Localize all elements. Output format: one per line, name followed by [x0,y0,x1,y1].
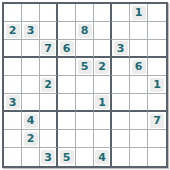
cell-r2c4[interactable] [58,22,76,40]
cell-r9c7[interactable] [112,148,130,166]
cell-r8c9[interactable] [148,130,166,148]
cell-r4c2[interactable] [22,58,40,76]
cell-r7c1[interactable] [4,112,22,130]
given-digit: 4 [95,150,109,164]
cell-r4c3[interactable] [40,58,58,76]
cell-r6c6[interactable]: 1 [94,94,112,112]
cell-r9c8[interactable] [130,148,148,166]
cell-r2c2[interactable]: 3 [22,22,40,40]
cell-r8c2[interactable]: 2 [22,130,40,148]
cell-r3c2[interactable] [22,40,40,58]
cell-r7c7[interactable] [112,112,130,130]
given-digit: 3 [6,95,20,109]
cell-r4c4[interactable] [58,58,76,76]
cell-r5c6[interactable] [94,76,112,94]
cell-r8c5[interactable] [76,130,94,148]
cell-r6c9[interactable] [148,94,166,112]
cell-r3c3[interactable]: 7 [40,40,58,58]
cell-r2c1[interactable]: 2 [4,22,22,40]
cell-r4c6[interactable]: 2 [94,58,112,76]
cell-r3c8[interactable] [130,40,148,58]
given-digit: 5 [60,150,74,164]
cell-r8c1[interactable] [4,130,22,148]
cell-r7c8[interactable] [130,112,148,130]
cell-r8c7[interactable] [112,130,130,148]
cell-r6c1[interactable]: 3 [4,94,22,112]
given-digit: 2 [24,132,38,146]
cell-r9c5[interactable] [76,148,94,166]
given-digit: 2 [41,78,55,92]
cell-r8c6[interactable] [94,130,112,148]
cell-r5c2[interactable] [22,76,40,94]
cell-r1c2[interactable] [22,4,40,22]
cell-r6c4[interactable] [58,94,76,112]
cell-r2c7[interactable] [112,22,130,40]
cell-r9c6[interactable]: 4 [94,148,112,166]
cell-r2c9[interactable] [148,22,166,40]
cell-r4c8[interactable]: 6 [130,58,148,76]
given-digit: 7 [150,114,164,128]
cell-r5c7[interactable] [112,76,130,94]
cell-r3c6[interactable] [94,40,112,58]
given-digit: 2 [6,24,20,38]
given-digit: 3 [24,24,38,38]
cell-r4c7[interactable] [112,58,130,76]
cell-r6c2[interactable] [22,94,40,112]
cell-r5c4[interactable] [58,76,76,94]
cell-r2c8[interactable] [130,22,148,40]
cell-r9c2[interactable] [22,148,40,166]
cell-r9c9[interactable] [148,148,166,166]
given-digit: 4 [24,114,38,128]
cell-r5c5[interactable] [76,76,94,94]
cell-r9c1[interactable] [4,148,22,166]
cell-r4c9[interactable] [148,58,166,76]
cell-r1c1[interactable] [4,4,22,22]
given-digit: 8 [78,24,92,38]
cell-r6c8[interactable] [130,94,148,112]
cell-r1c5[interactable] [76,4,94,22]
cell-r1c9[interactable] [148,4,166,22]
cell-r7c5[interactable] [76,112,94,130]
cell-r3c1[interactable] [4,40,22,58]
cell-r1c3[interactable] [40,4,58,22]
cell-r7c4[interactable] [58,112,76,130]
given-digit: 3 [114,41,128,55]
cell-r2c6[interactable] [94,22,112,40]
cell-r6c3[interactable] [40,94,58,112]
cell-r5c9[interactable]: 1 [148,76,166,94]
cell-r8c4[interactable] [58,130,76,148]
cell-r9c3[interactable]: 3 [40,148,58,166]
cell-r7c2[interactable]: 4 [22,112,40,130]
cell-r2c5[interactable]: 8 [76,22,94,40]
cell-r3c7[interactable]: 3 [112,40,130,58]
given-digit: 2 [95,60,109,74]
cell-r1c6[interactable] [94,4,112,22]
given-digit: 1 [150,78,164,92]
cell-r1c7[interactable] [112,4,130,22]
cell-r4c1[interactable] [4,58,22,76]
sudoku-board: 12387635262131472354 [2,2,168,168]
cell-r6c5[interactable] [76,94,94,112]
cell-r5c3[interactable]: 2 [40,76,58,94]
given-digit: 1 [132,6,146,20]
cell-r3c9[interactable] [148,40,166,58]
cell-r9c4[interactable]: 5 [58,148,76,166]
cell-r8c8[interactable] [130,130,148,148]
cell-r2c3[interactable] [40,22,58,40]
cell-r8c3[interactable] [40,130,58,148]
cell-r1c8[interactable]: 1 [130,4,148,22]
cell-r7c3[interactable] [40,112,58,130]
given-digit: 5 [78,60,92,74]
given-digit: 7 [41,41,55,55]
given-digit: 1 [95,95,109,109]
cell-r3c4[interactable]: 6 [58,40,76,58]
cell-r6c7[interactable] [112,94,130,112]
cell-r7c6[interactable] [94,112,112,130]
cell-r5c1[interactable] [4,76,22,94]
given-digit: 3 [41,150,55,164]
cell-r7c9[interactable]: 7 [148,112,166,130]
cell-r4c5[interactable]: 5 [76,58,94,76]
given-digit: 6 [60,41,74,55]
given-digit: 6 [132,60,146,74]
cell-r1c4[interactable] [58,4,76,22]
cell-r3c5[interactable] [76,40,94,58]
cell-r5c8[interactable] [130,76,148,94]
